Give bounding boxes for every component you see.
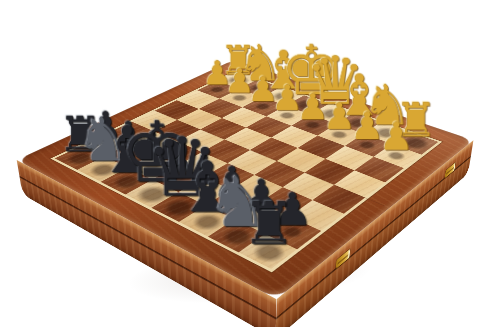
product-photo: ♜♞♝♚♛♝♞♜♟♟♟♟♟♟♟♟♟♟♟♟♟♟♟♟♜♞♝♚♛♝♞♜ (0, 0, 500, 327)
chess-board: ♜♞♝♚♛♝♞♜♟♟♟♟♟♟♟♟♟♟♟♟♟♟♟♟♜♞♝♚♛♝♞♜ (17, 60, 474, 299)
scene: ♜♞♝♚♛♝♞♜♟♟♟♟♟♟♟♟♟♟♟♟♟♟♟♟♜♞♝♚♛♝♞♜ (0, 0, 500, 327)
